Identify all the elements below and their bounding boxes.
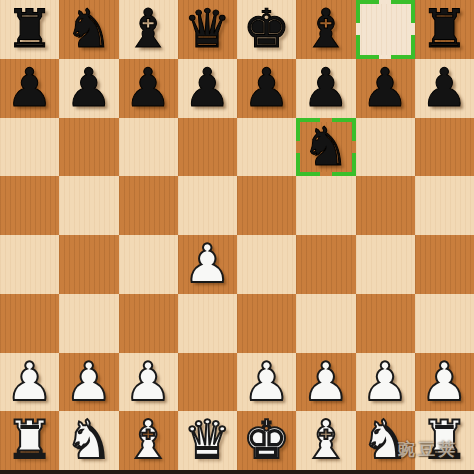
square-f8[interactable]: ♝ xyxy=(296,0,355,59)
square-h1[interactable]: ♜ xyxy=(415,411,474,470)
white-pawn-piece[interactable]: ♟ xyxy=(0,353,59,412)
square-e3[interactable] xyxy=(237,294,296,353)
square-b6[interactable] xyxy=(59,118,118,177)
white-pawn-piece[interactable]: ♟ xyxy=(415,353,474,412)
square-g8[interactable] xyxy=(356,0,415,59)
square-e5[interactable] xyxy=(237,176,296,235)
square-a6[interactable] xyxy=(0,118,59,177)
square-d4[interactable]: ♟ xyxy=(178,235,237,294)
white-pawn-piece[interactable]: ♟ xyxy=(178,235,237,294)
black-pawn-piece[interactable]: ♟ xyxy=(178,59,237,118)
black-rook-piece[interactable]: ♜ xyxy=(0,0,59,59)
white-pawn-piece[interactable]: ♟ xyxy=(59,353,118,412)
square-b4[interactable] xyxy=(59,235,118,294)
black-rook-piece[interactable]: ♜ xyxy=(415,0,474,59)
square-g6[interactable] xyxy=(356,118,415,177)
square-h8[interactable]: ♜ xyxy=(415,0,474,59)
square-h2[interactable]: ♟ xyxy=(415,353,474,412)
square-c5[interactable] xyxy=(119,176,178,235)
white-rook-piece[interactable]: ♜ xyxy=(415,411,474,470)
square-b3[interactable] xyxy=(59,294,118,353)
square-d1[interactable]: ♛ xyxy=(178,411,237,470)
square-e4[interactable] xyxy=(237,235,296,294)
white-pawn-piece[interactable]: ♟ xyxy=(356,353,415,412)
white-pawn-piece[interactable]: ♟ xyxy=(119,353,178,412)
square-d8[interactable]: ♛ xyxy=(178,0,237,59)
white-king-piece[interactable]: ♚ xyxy=(237,411,296,470)
square-f6[interactable]: ♞ xyxy=(296,118,355,177)
square-g2[interactable]: ♟ xyxy=(356,353,415,412)
square-b1[interactable]: ♞ xyxy=(59,411,118,470)
square-b8[interactable]: ♞ xyxy=(59,0,118,59)
highlight-notch xyxy=(379,0,391,4)
black-knight-piece[interactable]: ♞ xyxy=(296,118,355,177)
black-pawn-piece[interactable]: ♟ xyxy=(0,59,59,118)
square-a5[interactable] xyxy=(0,176,59,235)
square-g5[interactable] xyxy=(356,176,415,235)
square-h3[interactable] xyxy=(415,294,474,353)
square-f1[interactable]: ♝ xyxy=(296,411,355,470)
square-e7[interactable]: ♟ xyxy=(237,59,296,118)
black-pawn-piece[interactable]: ♟ xyxy=(59,59,118,118)
white-rook-piece[interactable]: ♜ xyxy=(0,411,59,470)
square-f4[interactable] xyxy=(296,235,355,294)
white-bishop-piece[interactable]: ♝ xyxy=(119,411,178,470)
square-b5[interactable] xyxy=(59,176,118,235)
square-b7[interactable]: ♟ xyxy=(59,59,118,118)
white-knight-piece[interactable]: ♞ xyxy=(356,411,415,470)
black-queen-piece[interactable]: ♛ xyxy=(178,0,237,59)
white-queen-piece[interactable]: ♛ xyxy=(178,411,237,470)
black-pawn-piece[interactable]: ♟ xyxy=(415,59,474,118)
black-bishop-piece[interactable]: ♝ xyxy=(296,0,355,59)
square-a1[interactable]: ♜ xyxy=(0,411,59,470)
square-g7[interactable]: ♟ xyxy=(356,59,415,118)
square-b2[interactable]: ♟ xyxy=(59,353,118,412)
square-e8[interactable]: ♚ xyxy=(237,0,296,59)
square-a4[interactable] xyxy=(0,235,59,294)
square-h4[interactable] xyxy=(415,235,474,294)
black-pawn-piece[interactable]: ♟ xyxy=(237,59,296,118)
black-king-piece[interactable]: ♚ xyxy=(237,0,296,59)
square-g4[interactable] xyxy=(356,235,415,294)
square-a2[interactable]: ♟ xyxy=(0,353,59,412)
square-f5[interactable] xyxy=(296,176,355,235)
square-f3[interactable] xyxy=(296,294,355,353)
square-e6[interactable] xyxy=(237,118,296,177)
black-pawn-piece[interactable]: ♟ xyxy=(296,59,355,118)
square-c8[interactable]: ♝ xyxy=(119,0,178,59)
square-g3[interactable] xyxy=(356,294,415,353)
bottom-edge-bar xyxy=(0,470,474,474)
highlight-notch xyxy=(356,23,360,35)
square-h5[interactable] xyxy=(415,176,474,235)
square-c4[interactable] xyxy=(119,235,178,294)
square-e1[interactable]: ♚ xyxy=(237,411,296,470)
white-knight-piece[interactable]: ♞ xyxy=(59,411,118,470)
square-d6[interactable] xyxy=(178,118,237,177)
square-d7[interactable]: ♟ xyxy=(178,59,237,118)
square-a7[interactable]: ♟ xyxy=(0,59,59,118)
square-e2[interactable]: ♟ xyxy=(237,353,296,412)
white-pawn-piece[interactable]: ♟ xyxy=(296,353,355,412)
square-c3[interactable] xyxy=(119,294,178,353)
square-h6[interactable] xyxy=(415,118,474,177)
black-bishop-piece[interactable]: ♝ xyxy=(119,0,178,59)
square-f2[interactable]: ♟ xyxy=(296,353,355,412)
square-c7[interactable]: ♟ xyxy=(119,59,178,118)
square-a8[interactable]: ♜ xyxy=(0,0,59,59)
square-a3[interactable] xyxy=(0,294,59,353)
square-c6[interactable] xyxy=(119,118,178,177)
square-d5[interactable] xyxy=(178,176,237,235)
black-pawn-piece[interactable]: ♟ xyxy=(356,59,415,118)
square-g1[interactable]: ♞ xyxy=(356,411,415,470)
square-f7[interactable]: ♟ xyxy=(296,59,355,118)
black-pawn-piece[interactable]: ♟ xyxy=(119,59,178,118)
white-bishop-piece[interactable]: ♝ xyxy=(296,411,355,470)
square-h7[interactable]: ♟ xyxy=(415,59,474,118)
square-c1[interactable]: ♝ xyxy=(119,411,178,470)
chess-app-screen: ♜♞♝♛♚♝♜♟♟♟♟♟♟♟♟♞♟♟♟♟♟♟♟♟♜♞♝♛♚♝♞♜ 豌豆荚 xyxy=(0,0,474,474)
square-c2[interactable]: ♟ xyxy=(119,353,178,412)
chess-board: ♜♞♝♛♚♝♜♟♟♟♟♟♟♟♟♞♟♟♟♟♟♟♟♟♜♞♝♛♚♝♞♜ xyxy=(0,0,474,470)
white-pawn-piece[interactable]: ♟ xyxy=(237,353,296,412)
square-d3[interactable] xyxy=(178,294,237,353)
black-knight-piece[interactable]: ♞ xyxy=(59,0,118,59)
square-d2[interactable] xyxy=(178,353,237,412)
